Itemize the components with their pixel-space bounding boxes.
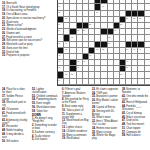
clue-number: 23. bbox=[92, 87, 96, 90]
clue-text: Billy Blanks’ calorie burner bbox=[92, 98, 118, 104]
clue-number: 50. bbox=[2, 139, 6, 142]
clue-text: Draft picks bbox=[126, 119, 138, 122]
clue-number: 56. bbox=[32, 105, 36, 108]
clue-item: 9. Boot camp reply bbox=[62, 104, 89, 107]
clue-item: 57. Compass dir. bbox=[122, 130, 149, 133]
clue-text: Prepares to propose bbox=[6, 54, 29, 57]
clue-text: Keen insight bbox=[36, 101, 50, 104]
cell-number: 44 bbox=[58, 60, 60, 62]
clue-number: 47. bbox=[122, 119, 126, 122]
clue-number: 22. bbox=[2, 24, 6, 27]
clue-item: 28. Self-serve spot for soccer pros? bbox=[2, 39, 53, 42]
clue-item: 29. Word with card or party bbox=[2, 42, 53, 45]
clue-number: 59. bbox=[32, 109, 36, 112]
clue-item: 23. Eli claim’s opposite bbox=[92, 87, 119, 90]
clue-item: 28. Capital of Eritrea bbox=[92, 105, 119, 108]
clue-number: 15. bbox=[62, 133, 66, 136]
cell-number: 49 bbox=[77, 66, 79, 68]
clue-text: Encounter bbox=[6, 125, 18, 128]
crossword-page: 16. Born with17. Of a South Seas island … bbox=[0, 0, 150, 150]
clue-item: 8. She worked for Perry at the Planet bbox=[62, 98, 89, 104]
clue-text: Hun’s “What About You” co-star bbox=[92, 119, 117, 125]
cell-number: 23 bbox=[139, 17, 141, 19]
clue-item: 50. Still waters bbox=[2, 139, 29, 142]
cell-number: 54 bbox=[58, 79, 60, 81]
cell-number: 48 bbox=[58, 66, 60, 68]
grid-cell[interactable] bbox=[145, 79, 150, 85]
clue-item: 58. Half a dance bbox=[122, 134, 149, 137]
clue-number: 24. bbox=[92, 91, 96, 94]
cell-number: 22 bbox=[133, 17, 135, 19]
clue-item: 1. He doesn’t sing “Heigh-Ho” bbox=[32, 117, 59, 123]
clue-text: Golden Fleece carrier bbox=[2, 94, 23, 100]
clue-text: Eli claim’s opposite bbox=[96, 87, 118, 90]
clue-text: It’s fascinating, to Friedrich bbox=[6, 9, 36, 12]
clue-item: 47. Draft picks bbox=[122, 119, 149, 122]
cell-number: 50 bbox=[126, 66, 128, 68]
clue-text: Nineteen, to Nanette bbox=[122, 87, 140, 93]
cell-number: 26 bbox=[120, 23, 122, 25]
clue-number: 28. bbox=[92, 105, 96, 108]
clue-number: 14. bbox=[62, 129, 66, 132]
clue-number: 31. bbox=[92, 116, 96, 119]
cell-number: 33 bbox=[58, 42, 60, 44]
cell-number: 19 bbox=[96, 11, 98, 13]
clue-number: 29. bbox=[2, 42, 6, 45]
clue-item: 12. Word heard on May Day bbox=[62, 119, 89, 125]
clue-number: 21. bbox=[2, 20, 6, 23]
clue-item: 11. Supplement a recipe with bbox=[62, 112, 89, 118]
clue-text: Deli loaves bbox=[35, 138, 47, 141]
clue-item: 59. Takes five bbox=[32, 109, 59, 112]
clue-text: Scale note bbox=[6, 20, 18, 23]
crossword-grid-frame: 1234567891011121314151617181920212223242… bbox=[57, 0, 150, 86]
clue-text: Childish comeback bbox=[36, 94, 57, 97]
clue-item: 26. Billy Blanks’ calorie burner bbox=[92, 98, 119, 104]
clue-item: 26. Vitamin amt. bbox=[2, 31, 53, 34]
clue-item: 56. Word about town bbox=[32, 105, 59, 108]
clue-number: 45. bbox=[122, 111, 126, 114]
clue-number: 28. bbox=[2, 39, 6, 42]
cell-number: 31 bbox=[71, 36, 73, 38]
clue-number: 5. bbox=[32, 138, 34, 141]
clue-number: 46. bbox=[122, 115, 126, 118]
left-clues-list: 16. Born with17. Of a South Seas island … bbox=[2, 1, 53, 84]
clue-text: Born with bbox=[6, 1, 17, 4]
clue-text: Food served at a roast bbox=[6, 35, 31, 38]
clue-item: 47. Encounter bbox=[2, 125, 29, 128]
clue-item: 43. Hunt of Hollywood bbox=[122, 101, 149, 104]
clue-text: Cry of dismay bbox=[126, 111, 142, 114]
clue-text: Self-serve spot for soccer pros? bbox=[6, 39, 42, 42]
clue-number: 17. bbox=[2, 5, 6, 8]
clue-item: 25. Bratwurst’s partner bbox=[92, 95, 119, 98]
cell-number: 40 bbox=[133, 48, 135, 50]
clue-item: 48. Trail mix morsel bbox=[122, 122, 149, 125]
clue-item: 13. Lighter choice bbox=[62, 125, 89, 128]
clue-text: Kashmir currency bbox=[35, 130, 55, 133]
clue-text: “Amen to that!” bbox=[6, 24, 23, 27]
clue-item: 48. Noble heading bbox=[2, 128, 29, 131]
clue-item: 36. Where the Magic play bbox=[92, 134, 119, 140]
cell-number: 51 bbox=[65, 73, 67, 75]
clue-item: 49. It may decide a race bbox=[2, 132, 29, 138]
clue-number: 13. bbox=[62, 125, 66, 128]
clue-number: 3. bbox=[32, 130, 34, 133]
clue-text: Many a nurse bbox=[96, 130, 111, 133]
clue-number: 26. bbox=[2, 31, 6, 34]
cell-number: 47 bbox=[126, 60, 128, 62]
clue-number: 32. bbox=[2, 50, 6, 53]
cell-number: 24 bbox=[58, 23, 60, 25]
clue-item: 34. Homes near water bbox=[92, 126, 119, 129]
clue-text: Noble heading bbox=[6, 128, 22, 131]
clue-text: Words of acknowledgment bbox=[6, 27, 36, 30]
clue-text: Boot camp reply bbox=[65, 104, 83, 107]
clue-text: Goes over the limit bbox=[6, 46, 27, 49]
cell-number: 37 bbox=[96, 48, 98, 50]
clue-number: 58. bbox=[122, 134, 126, 137]
crossword-grid: 1234567891011121314151617181920212223242… bbox=[58, 0, 150, 85]
cell-number: 21 bbox=[126, 17, 128, 19]
clue-item: 42. A famously chunky actor? bbox=[2, 118, 29, 124]
clue-text: Place for a shoe, for short bbox=[2, 87, 25, 93]
clue-item: 32. Hun’s “What About You” co-star bbox=[92, 119, 119, 125]
clue-text: Fond du ___, Wisconsin bbox=[122, 104, 141, 110]
clue-item: 34. Place for a shoe, for short bbox=[2, 87, 29, 93]
clue-text: Bratwurst’s partner bbox=[96, 95, 117, 98]
clue-item: 20. Specializes in reactive machinery? bbox=[2, 16, 53, 19]
clue-number: 34. bbox=[92, 126, 96, 129]
cell-number: 52 bbox=[71, 73, 73, 75]
clue-item: 27. Food served at a roast bbox=[2, 35, 53, 38]
cell-number: 35 bbox=[108, 42, 110, 44]
clue-text: TGIF part bbox=[96, 91, 107, 94]
clue-text: Homes near water bbox=[96, 126, 117, 129]
clue-text: Mao’s successor bbox=[126, 115, 145, 118]
clue-item: 19. Word about bbox=[62, 137, 89, 140]
clue-number: 16. bbox=[2, 1, 6, 4]
clue-item: 31. What’s more bbox=[92, 116, 119, 119]
clue-text: Kind of tide bbox=[6, 50, 19, 53]
clue-item: 24. TGIF part bbox=[92, 91, 119, 94]
clue-number: 25. bbox=[92, 95, 96, 98]
clue-number: 20. bbox=[2, 16, 6, 19]
clue-text: He doesn’t sing “Heigh-Ho” bbox=[32, 117, 52, 123]
clue-item: 32. Kind of tide bbox=[2, 50, 53, 53]
clue-item: 10. Take a piece of bbox=[62, 108, 89, 111]
cell-number: 42 bbox=[58, 54, 60, 56]
cell-number: 41 bbox=[139, 48, 141, 50]
clue-number: 27. bbox=[2, 35, 6, 38]
clue-item: 51. Chart topper bbox=[122, 126, 149, 129]
clue-text: Take a piece of bbox=[66, 108, 83, 111]
clue-item: 37. Golden Fleece carrier bbox=[2, 94, 29, 100]
clue-item: 52. Lighter classification bbox=[32, 87, 59, 93]
cell-number: 34 bbox=[65, 42, 67, 44]
clue-text: Childish residence bbox=[66, 129, 87, 132]
clue-number: 47. bbox=[2, 125, 6, 128]
clue-text: Compass dir. bbox=[126, 130, 141, 133]
clue-item: 17. Of a South Seas island group bbox=[2, 5, 53, 8]
clue-text: She worked for Perry at the Planet bbox=[62, 98, 89, 104]
clue-text: Something to make or beat bbox=[32, 123, 57, 129]
cell-number: 28 bbox=[77, 29, 79, 31]
clue-text: Word with pool or city bbox=[2, 101, 26, 107]
cell-number: 36 bbox=[65, 48, 67, 50]
clue-text: Serving with 40-Across bbox=[92, 109, 115, 115]
clue-text: Where the Magic play bbox=[92, 134, 116, 140]
clue-number: 19. bbox=[62, 137, 66, 140]
cell-number: 43 bbox=[89, 54, 91, 56]
clue-number: 53. bbox=[32, 94, 36, 97]
clue-text: One of Asia’s seas bbox=[6, 12, 27, 15]
clue-number: 19. bbox=[2, 12, 6, 15]
cell-number: 46 bbox=[83, 60, 85, 62]
cell-number: 53 bbox=[120, 73, 122, 75]
clue-number: 40. bbox=[2, 107, 6, 110]
cell-number: 45 bbox=[77, 60, 79, 62]
clue-text: Many a commuter bbox=[66, 133, 86, 136]
clue-item: 21. Scale note bbox=[2, 20, 53, 23]
clue-item: 54. Pampering places bbox=[32, 98, 59, 101]
clue-item: 35. Many a nurse bbox=[92, 130, 119, 133]
bottom-clues-area: 34. Place for a shoe, for short37. Golde… bbox=[2, 87, 149, 149]
clue-text: Pampering places bbox=[36, 98, 56, 101]
clue-number: 23. bbox=[2, 27, 6, 30]
clue-text: Half a dance bbox=[126, 134, 140, 137]
clue-number: 33. bbox=[2, 54, 6, 57]
clue-number: 48. bbox=[122, 122, 126, 125]
clue-text: Vitamin amt. bbox=[6, 31, 20, 34]
clue-item: 46. Mao’s successor bbox=[122, 115, 149, 118]
clue-text: Word with card or party bbox=[6, 42, 32, 45]
clue-item: 23. Words of acknowledgment bbox=[2, 27, 53, 30]
clue-item: 39. Word with pool or city bbox=[2, 101, 29, 107]
clue-item: 5. Deli loaves bbox=[32, 138, 59, 141]
clue-item: 53. Childish comeback bbox=[32, 94, 59, 97]
clue-text: It may decide a race bbox=[2, 132, 24, 138]
clue-text: Chart topper bbox=[126, 126, 140, 129]
clue-item: 7. American Shakers founder bbox=[62, 91, 89, 97]
left-clues-column: 16. Born with17. Of a South Seas island … bbox=[2, 1, 55, 84]
clue-text: Word about bbox=[66, 137, 79, 140]
clue-item: 30. Serving with 40-Across bbox=[92, 109, 119, 115]
clue-text: Trail mix morsel bbox=[126, 122, 144, 125]
clue-number: 43. bbox=[122, 101, 126, 104]
clue-text: Takes five bbox=[36, 109, 47, 112]
clue-text: Hunt of Hollywood bbox=[126, 101, 147, 104]
cell-number: 30 bbox=[114, 29, 116, 31]
clue-item: 38. Nineteen, to Nanette bbox=[122, 87, 149, 93]
cell-number: 18 bbox=[58, 11, 60, 13]
cell-number: 25 bbox=[89, 23, 91, 25]
bottom-clues-columns: 34. Place for a shoe, for short37. Golde… bbox=[2, 87, 149, 149]
clue-item: 55. Keen insight bbox=[32, 101, 59, 104]
clue-item: 44. Fond du ___, Wisconsin bbox=[122, 104, 149, 110]
clue-text: American Shakers founder bbox=[62, 91, 86, 97]
clue-item: 15. Many a commuter bbox=[62, 133, 89, 136]
clue-item: 18. It’s fascinating, to Friedrich bbox=[2, 9, 53, 12]
clue-text: One who minds the store bbox=[122, 94, 148, 100]
cell-number: 17 bbox=[102, 5, 104, 7]
clue-number: 6. bbox=[62, 87, 64, 90]
clue-text: Ta-da relative bbox=[35, 134, 50, 137]
clue-text: Specializes in reactive machinery? bbox=[6, 16, 45, 19]
down-section-header: DOWN bbox=[32, 113, 59, 116]
cell-number: 27 bbox=[58, 29, 60, 31]
clue-item: 16. Born with bbox=[2, 1, 53, 4]
clue-text: What’s more bbox=[96, 116, 110, 119]
clue-item: 2. Something to make or beat bbox=[32, 123, 59, 129]
clue-item: 19. One of Asia’s seas bbox=[2, 12, 53, 15]
clue-number: 48. bbox=[2, 128, 6, 131]
clue-number: 18. bbox=[2, 9, 6, 12]
clue-number: 51. bbox=[122, 126, 126, 129]
clue-item: 14. Childish residence bbox=[62, 129, 89, 132]
cell-number: 39 bbox=[126, 48, 128, 50]
clue-item: 42. One who minds the store bbox=[122, 94, 149, 100]
clue-text: Oil pioneer bbox=[6, 107, 18, 110]
cell-number: 20 bbox=[65, 17, 67, 19]
clue-text: A famously chunky actor? bbox=[2, 118, 27, 124]
clue-item: 3. Kashmir currency bbox=[32, 130, 59, 133]
clue-item: 33. Prepares to propose bbox=[2, 54, 53, 57]
clue-number: 55. bbox=[32, 101, 36, 104]
clue-number: 30. bbox=[2, 46, 6, 49]
clue-text: Capital of Eritrea bbox=[96, 105, 115, 108]
clue-item: 40. Oil pioneer bbox=[2, 107, 29, 110]
clue-number: 35. bbox=[92, 130, 96, 133]
cell-number: 38 bbox=[102, 48, 104, 50]
clue-item: 30. Goes over the limit bbox=[2, 46, 53, 49]
clue-number: 57. bbox=[122, 130, 126, 133]
clue-number: 9. bbox=[62, 104, 64, 107]
clue-text: Word about town bbox=[36, 105, 55, 108]
clue-text: Pilferer’s goal bbox=[65, 87, 80, 90]
clue-text: Still waters bbox=[6, 139, 18, 142]
clue-text: Supplement a recipe with bbox=[62, 112, 82, 118]
clue-text: Of a South Seas island group bbox=[6, 5, 39, 8]
cell-number: 32 bbox=[108, 36, 110, 38]
clue-text: Lighter choice bbox=[66, 125, 82, 128]
clue-item: 4. Ta-da relative bbox=[32, 134, 59, 137]
clue-number: 10. bbox=[62, 108, 66, 111]
clue-text: Food served with hash bbox=[2, 111, 26, 117]
clue-number: 54. bbox=[32, 98, 36, 101]
clue-item: 6. Pilferer’s goal bbox=[62, 87, 89, 90]
cell-number: 16 bbox=[58, 5, 60, 7]
clue-item: 22. “Amen to that!” bbox=[2, 24, 53, 27]
clue-item: 45. Cry of dismay bbox=[122, 111, 149, 114]
clue-text: Word heard on May Day bbox=[62, 119, 89, 125]
clue-item: 41. Food served with hash bbox=[2, 111, 29, 117]
cell-number: 29 bbox=[83, 29, 85, 31]
